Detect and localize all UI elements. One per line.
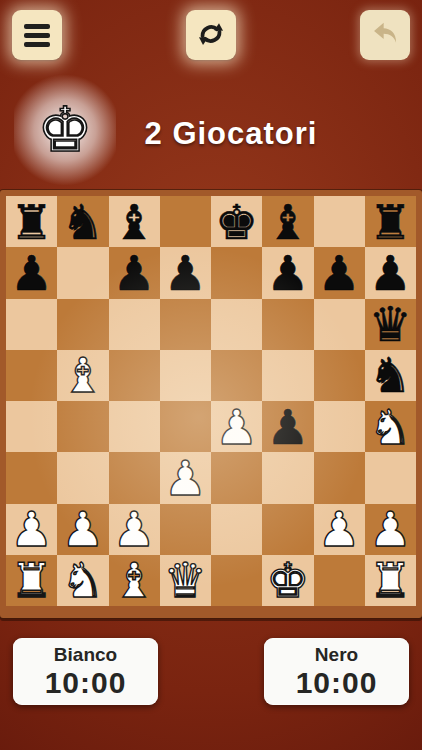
- square-f4[interactable]: ♟: [262, 401, 313, 452]
- square-c6[interactable]: [109, 299, 160, 350]
- square-d8[interactable]: [160, 196, 211, 247]
- black-pawn[interactable]: ♟: [113, 249, 156, 297]
- square-a4[interactable]: [6, 401, 57, 452]
- square-c1[interactable]: ♝: [109, 555, 160, 606]
- black-pawn[interactable]: ♟: [369, 249, 412, 297]
- square-g2[interactable]: ♟: [314, 504, 365, 555]
- white-rook[interactable]: ♜: [10, 556, 53, 604]
- square-h7[interactable]: ♟: [365, 247, 416, 298]
- white-clock: Bianco 10:00: [13, 638, 158, 705]
- square-c2[interactable]: ♟: [109, 504, 160, 555]
- black-rook[interactable]: ♜: [369, 198, 412, 246]
- white-pawn[interactable]: ♟: [369, 505, 412, 553]
- black-king[interactable]: ♚: [215, 198, 258, 246]
- square-b5[interactable]: ♝: [57, 350, 108, 401]
- square-g6[interactable]: [314, 299, 365, 350]
- white-queen[interactable]: ♛: [164, 556, 207, 604]
- menu-button[interactable]: [12, 10, 62, 60]
- square-a7[interactable]: ♟: [6, 247, 57, 298]
- square-b2[interactable]: ♟: [57, 504, 108, 555]
- square-a6[interactable]: [6, 299, 57, 350]
- square-f6[interactable]: [262, 299, 313, 350]
- square-a2[interactable]: ♟: [6, 504, 57, 555]
- square-a5[interactable]: [6, 350, 57, 401]
- square-d1[interactable]: ♛: [160, 555, 211, 606]
- square-b1[interactable]: ♞: [57, 555, 108, 606]
- square-a3[interactable]: [6, 452, 57, 503]
- square-h5[interactable]: ♞: [365, 350, 416, 401]
- square-b8[interactable]: ♞: [57, 196, 108, 247]
- square-d5[interactable]: [160, 350, 211, 401]
- square-h6[interactable]: ♛: [365, 299, 416, 350]
- square-h3[interactable]: [365, 452, 416, 503]
- header: ♚ 2 Giocatori: [0, 88, 422, 180]
- black-queen[interactable]: ♛: [369, 300, 412, 348]
- square-a1[interactable]: ♜: [6, 555, 57, 606]
- black-pawn[interactable]: ♟: [10, 249, 53, 297]
- black-rook[interactable]: ♜: [10, 198, 53, 246]
- page-title: 2 Giocatori: [40, 88, 422, 180]
- square-c3[interactable]: [109, 452, 160, 503]
- square-h8[interactable]: ♜: [365, 196, 416, 247]
- white-bishop[interactable]: ♝: [113, 556, 156, 604]
- undo-button[interactable]: [360, 10, 410, 60]
- square-e2[interactable]: [211, 504, 262, 555]
- black-clock-time: 10:00: [264, 666, 409, 699]
- black-knight[interactable]: ♞: [61, 198, 104, 246]
- square-d4[interactable]: [160, 401, 211, 452]
- square-e3[interactable]: [211, 452, 262, 503]
- square-h4[interactable]: ♞: [365, 401, 416, 452]
- white-pawn[interactable]: ♟: [113, 505, 156, 553]
- black-clock: Nero 10:00: [264, 638, 409, 705]
- white-bishop[interactable]: ♝: [61, 351, 104, 399]
- white-rook[interactable]: ♜: [369, 556, 412, 604]
- square-g4[interactable]: [314, 401, 365, 452]
- square-h1[interactable]: ♜: [365, 555, 416, 606]
- square-e4[interactable]: ♟: [211, 401, 262, 452]
- sync-arrows-icon: [196, 19, 226, 52]
- square-f8[interactable]: ♝: [262, 196, 313, 247]
- white-pawn[interactable]: ♟: [318, 505, 361, 553]
- black-clock-label: Nero: [264, 645, 409, 666]
- chess-board: ♜♞♝♚♝♜♟♟♟♟♟♟♛♝♞♟♟♞♟♟♟♟♟♟♜♞♝♛♚♜: [6, 196, 416, 606]
- black-bishop[interactable]: ♝: [266, 198, 309, 246]
- square-f1[interactable]: ♚: [262, 555, 313, 606]
- white-pawn[interactable]: ♟: [61, 505, 104, 553]
- square-g3[interactable]: [314, 452, 365, 503]
- square-d2[interactable]: [160, 504, 211, 555]
- square-b7[interactable]: [57, 247, 108, 298]
- undo-arrow-icon: [369, 18, 401, 53]
- square-c4[interactable]: [109, 401, 160, 452]
- white-knight[interactable]: ♞: [369, 403, 412, 451]
- white-clock-label: Bianco: [13, 645, 158, 666]
- square-f3[interactable]: [262, 452, 313, 503]
- toolbar: [0, 0, 422, 70]
- square-b6[interactable]: [57, 299, 108, 350]
- square-e1[interactable]: [211, 555, 262, 606]
- square-f2[interactable]: [262, 504, 313, 555]
- square-g7[interactable]: ♟: [314, 247, 365, 298]
- white-pawn[interactable]: ♟: [164, 454, 207, 502]
- square-c7[interactable]: ♟: [109, 247, 160, 298]
- square-e5[interactable]: [211, 350, 262, 401]
- square-f7[interactable]: ♟: [262, 247, 313, 298]
- board-frame: ♜♞♝♚♝♜♟♟♟♟♟♟♛♝♞♟♟♞♟♟♟♟♟♟♜♞♝♛♚♜: [0, 190, 422, 618]
- square-a8[interactable]: ♜: [6, 196, 57, 247]
- black-knight[interactable]: ♞: [369, 351, 412, 399]
- white-king[interactable]: ♚: [266, 556, 309, 604]
- white-clock-time: 10:00: [13, 666, 158, 699]
- black-pawn[interactable]: ♟: [318, 249, 361, 297]
- square-b4[interactable]: [57, 401, 108, 452]
- square-d3[interactable]: ♟: [160, 452, 211, 503]
- black-pawn[interactable]: ♟: [164, 249, 207, 297]
- flip-board-button[interactable]: [186, 10, 236, 60]
- square-e6[interactable]: [211, 299, 262, 350]
- white-pawn[interactable]: ♟: [10, 505, 53, 553]
- square-d7[interactable]: ♟: [160, 247, 211, 298]
- square-c5[interactable]: [109, 350, 160, 401]
- hamburger-menu-icon: [24, 24, 50, 47]
- black-bishop[interactable]: ♝: [113, 198, 156, 246]
- square-g8[interactable]: [314, 196, 365, 247]
- clocks-row: Bianco 10:00 Nero 10:00: [0, 638, 422, 705]
- square-b3[interactable]: [57, 452, 108, 503]
- black-pawn[interactable]: ♟: [266, 403, 309, 451]
- square-g1[interactable]: [314, 555, 365, 606]
- square-f5[interactable]: [262, 350, 313, 401]
- square-c8[interactable]: ♝: [109, 196, 160, 247]
- square-h2[interactable]: ♟: [365, 504, 416, 555]
- square-d6[interactable]: [160, 299, 211, 350]
- white-pawn[interactable]: ♟: [215, 403, 258, 451]
- square-g5[interactable]: [314, 350, 365, 401]
- white-knight[interactable]: ♞: [61, 556, 104, 604]
- square-e7[interactable]: [211, 247, 262, 298]
- square-e8[interactable]: ♚: [211, 196, 262, 247]
- black-pawn[interactable]: ♟: [266, 249, 309, 297]
